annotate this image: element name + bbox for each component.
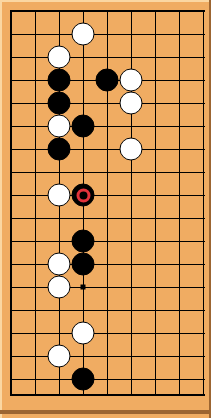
black-stone (72, 253, 95, 276)
white-stone (48, 46, 71, 69)
white-stone (72, 322, 95, 345)
black-stone (48, 69, 71, 92)
grid-hline (10, 34, 205, 35)
grid-hline (10, 241, 205, 242)
grid-hline (10, 57, 205, 58)
go-board-diagram (0, 0, 211, 418)
grid-hline (10, 310, 205, 311)
grid-hline (10, 333, 205, 334)
marked-black-stone (72, 184, 95, 207)
bevel-top (0, 0, 211, 2)
grid-hline (10, 126, 205, 127)
grid-vline (10, 10, 12, 396)
black-stone (48, 138, 71, 161)
grid-hline (10, 10, 205, 12)
bevel-bottom (0, 410, 211, 414)
white-stone (48, 184, 71, 207)
board-bottom-edge-line (10, 394, 205, 396)
grid-hline (10, 287, 205, 288)
black-stone (72, 230, 95, 253)
black-stone (72, 368, 95, 391)
white-stone (48, 345, 71, 368)
grid-hline (10, 195, 205, 196)
grid-hline (10, 172, 205, 173)
white-stone (120, 69, 143, 92)
black-stone (72, 115, 95, 138)
grid-vline (35, 10, 36, 396)
white-stone (48, 276, 71, 299)
grid-hline (10, 379, 205, 380)
grid-vline (155, 10, 156, 396)
bevel-right (209, 0, 211, 418)
red-circle-mark (76, 188, 90, 202)
grid-hline (10, 103, 205, 104)
grid-hline (10, 218, 205, 219)
white-stone (48, 253, 71, 276)
white-stone (48, 115, 71, 138)
white-stone (120, 138, 143, 161)
grid-vline (179, 10, 180, 396)
grid-hline (10, 356, 205, 357)
white-stone (72, 23, 95, 46)
black-stone (96, 69, 119, 92)
grid-hline (10, 264, 205, 265)
grid-vline (203, 10, 204, 396)
bevel-left (0, 0, 2, 418)
black-stone (48, 92, 71, 115)
white-stone (120, 92, 143, 115)
star-point (81, 285, 86, 290)
grid-hline (10, 149, 205, 150)
